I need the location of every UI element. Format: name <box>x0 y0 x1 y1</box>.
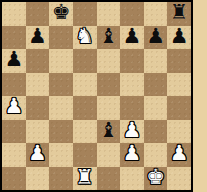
square-c7[interactable] <box>49 26 73 50</box>
square-f8[interactable] <box>120 2 144 26</box>
board-right-margin <box>193 0 207 192</box>
square-c2[interactable] <box>49 143 73 167</box>
piece-white-king: ♚ <box>146 167 165 188</box>
square-c8[interactable]: ♚ <box>49 2 73 26</box>
piece-white-pawn: ♟ <box>170 143 189 164</box>
square-f5[interactable] <box>120 73 144 97</box>
square-f6[interactable] <box>120 49 144 73</box>
square-b7[interactable]: ♟ <box>26 26 50 50</box>
piece-black-pawn: ♟ <box>170 26 189 47</box>
piece-black-pawn: ♟ <box>4 49 23 70</box>
square-h5[interactable] <box>167 73 191 97</box>
square-b8[interactable] <box>26 2 50 26</box>
square-d8[interactable] <box>73 2 97 26</box>
square-b1[interactable] <box>26 167 50 191</box>
square-a3[interactable] <box>2 120 26 144</box>
square-e8[interactable] <box>97 2 121 26</box>
square-f1[interactable] <box>120 167 144 191</box>
square-e1[interactable] <box>97 167 121 191</box>
square-d2[interactable] <box>73 143 97 167</box>
piece-white-pawn: ♟ <box>123 120 142 141</box>
square-d1[interactable]: ♜ <box>73 167 97 191</box>
piece-black-pawn: ♟ <box>28 26 47 47</box>
square-a2[interactable] <box>2 143 26 167</box>
square-g7[interactable]: ♟ <box>144 26 168 50</box>
square-g5[interactable] <box>144 73 168 97</box>
square-h3[interactable] <box>167 120 191 144</box>
square-a8[interactable] <box>2 2 26 26</box>
piece-white-pawn: ♟ <box>28 143 47 164</box>
square-c3[interactable] <box>49 120 73 144</box>
square-b2[interactable]: ♟ <box>26 143 50 167</box>
square-e7[interactable]: ♝ <box>97 26 121 50</box>
square-b3[interactable] <box>26 120 50 144</box>
square-b6[interactable] <box>26 49 50 73</box>
square-d6[interactable] <box>73 49 97 73</box>
square-b4[interactable] <box>26 96 50 120</box>
square-d7[interactable]: ♞ <box>73 26 97 50</box>
piece-white-knight: ♞ <box>75 26 94 47</box>
square-f2[interactable]: ♟ <box>120 143 144 167</box>
piece-black-king: ♚ <box>52 2 71 23</box>
square-h6[interactable] <box>167 49 191 73</box>
square-d3[interactable] <box>73 120 97 144</box>
square-a4[interactable]: ♟ <box>2 96 26 120</box>
square-f7[interactable]: ♟ <box>120 26 144 50</box>
square-g4[interactable] <box>144 96 168 120</box>
piece-black-bishop: ♝ <box>99 120 118 141</box>
square-h8[interactable]: ♜ <box>167 2 191 26</box>
square-h1[interactable] <box>167 167 191 191</box>
square-g3[interactable] <box>144 120 168 144</box>
piece-white-pawn: ♟ <box>123 143 142 164</box>
piece-white-pawn: ♟ <box>4 96 23 117</box>
square-f4[interactable] <box>120 96 144 120</box>
square-a7[interactable] <box>2 26 26 50</box>
piece-black-pawn: ♟ <box>146 26 165 47</box>
square-c5[interactable] <box>49 73 73 97</box>
square-e4[interactable] <box>97 96 121 120</box>
square-d4[interactable] <box>73 96 97 120</box>
square-c6[interactable] <box>49 49 73 73</box>
square-e5[interactable] <box>97 73 121 97</box>
piece-black-pawn: ♟ <box>123 26 142 47</box>
board-frame: ♚♜♟♞♝♟♟♟♟♟♝♟♟♟♟♜♚ <box>0 0 193 192</box>
square-f3[interactable]: ♟ <box>120 120 144 144</box>
square-b5[interactable] <box>26 73 50 97</box>
square-h4[interactable] <box>167 96 191 120</box>
piece-black-rook: ♜ <box>170 2 189 23</box>
square-d5[interactable] <box>73 73 97 97</box>
square-g6[interactable] <box>144 49 168 73</box>
square-e6[interactable] <box>97 49 121 73</box>
piece-black-bishop: ♝ <box>99 26 118 47</box>
piece-white-rook: ♜ <box>75 167 94 188</box>
square-a5[interactable] <box>2 73 26 97</box>
square-a1[interactable] <box>2 167 26 191</box>
square-g1[interactable]: ♚ <box>144 167 168 191</box>
square-e2[interactable] <box>97 143 121 167</box>
square-h2[interactable]: ♟ <box>167 143 191 167</box>
chess-board[interactable]: ♚♜♟♞♝♟♟♟♟♟♝♟♟♟♟♜♚ <box>2 2 191 190</box>
square-g8[interactable] <box>144 2 168 26</box>
chess-app-screenshot: ♚♜♟♞♝♟♟♟♟♟♝♟♟♟♟♜♚ <box>0 0 207 192</box>
square-h7[interactable]: ♟ <box>167 26 191 50</box>
square-e3[interactable]: ♝ <box>97 120 121 144</box>
square-a6[interactable]: ♟ <box>2 49 26 73</box>
square-c4[interactable] <box>49 96 73 120</box>
square-c1[interactable] <box>49 167 73 191</box>
square-g2[interactable] <box>144 143 168 167</box>
